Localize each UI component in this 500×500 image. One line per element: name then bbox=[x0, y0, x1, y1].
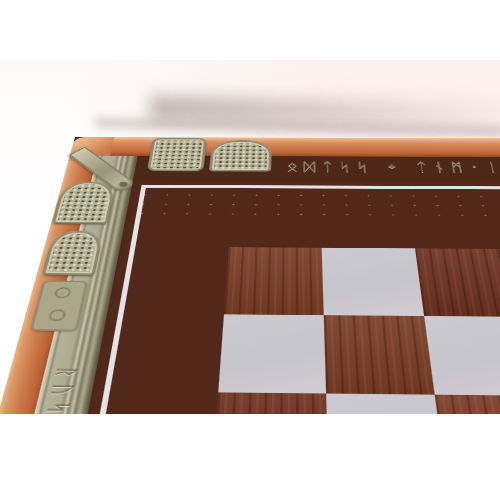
board-square bbox=[322, 248, 424, 316]
board-square bbox=[415, 248, 500, 316]
dust-speckles bbox=[130, 181, 500, 223]
board-square bbox=[424, 316, 500, 396]
board-square bbox=[224, 247, 324, 315]
board-square bbox=[324, 315, 435, 394]
photo-crop-mask bbox=[0, 414, 500, 500]
celtic-plaque-top-1 bbox=[148, 138, 206, 171]
rune-inscription-top: ᛟᛞᛏᛋᛋ ᛭ ᛏᚾᛗ᛫ᛁ᛫ᚱ᛫ᚨᛏᚢᛋᚲᛁ᛫ᛗᚱ bbox=[286, 159, 500, 176]
celtic-plaque-top-2 bbox=[210, 141, 271, 171]
page-background: ᛟᛞᛏᛋᛋ ᛭ ᛏᚾᛗ᛫ᛁ᛫ᚱ᛫ᚨᛏᚢᛋᚲᛁ᛫ᛗᚱ ᚱᚢᛋᛏᚢᚱ᛫ᛉ᛫ᛟᛒᛟ bbox=[0, 0, 500, 500]
board-square bbox=[218, 314, 326, 393]
